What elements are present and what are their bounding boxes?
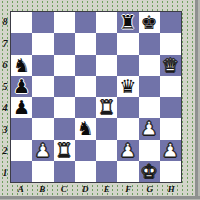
square-d1[interactable] [75,161,96,182]
square-g3[interactable]: ♟ [139,118,160,139]
black-knight: ♞ [13,54,30,75]
window-edge-bottom [0,196,200,199]
rank-label-7: 7 [0,33,10,55]
square-e1[interactable] [96,161,117,182]
window-edge-right-outer [198,0,200,200]
square-f7[interactable] [117,33,138,54]
white-pawn: ♟ [34,139,51,160]
square-e2[interactable] [96,140,117,161]
file-label-A: A [10,183,32,195]
square-g7[interactable] [139,33,160,54]
square-e7[interactable] [96,33,117,54]
square-d5[interactable] [75,76,96,97]
square-b1[interactable] [32,161,53,182]
square-d6[interactable] [75,55,96,76]
square-h6[interactable]: ♛ [160,55,181,76]
square-d7[interactable] [75,33,96,54]
square-h4[interactable] [160,97,181,118]
rank-label-2: 2 [0,140,10,162]
white-pawn: ♟ [119,139,136,160]
square-d2[interactable] [75,140,96,161]
square-e4[interactable]: ♜ [96,97,117,118]
square-c1[interactable] [54,161,75,182]
square-b7[interactable] [32,33,53,54]
black-pawn: ♟ [13,97,30,118]
square-f6[interactable] [117,55,138,76]
black-queen: ♛ [119,75,136,96]
file-label-H: H [161,183,183,195]
rank-label-5: 5 [0,76,10,98]
rank-label-4: 4 [0,97,10,119]
square-c5[interactable] [54,76,75,97]
square-d4[interactable] [75,97,96,118]
square-d3[interactable]: ♞ [75,118,96,139]
square-h8[interactable] [160,12,181,33]
square-c3[interactable] [54,118,75,139]
square-b2[interactable]: ♟ [32,140,53,161]
square-a6[interactable]: ♞ [11,55,32,76]
black-rook: ♜ [119,12,136,33]
rank-coordinates: 87654321 [0,11,10,183]
square-a3[interactable] [11,118,32,139]
window-edge-bottom-outer [0,199,200,200]
square-g5[interactable] [139,76,160,97]
square-d8[interactable] [75,12,96,33]
file-label-C: C [53,183,75,195]
white-rook: ♜ [98,97,115,118]
file-label-B: B [32,183,54,195]
square-c2[interactable]: ♜ [54,140,75,161]
white-king: ♚ [141,160,158,181]
chess-board[interactable]: ♜♚♞♛♟♛♟♜♞♟♟♜♟♟♚ [10,11,182,183]
square-e6[interactable] [96,55,117,76]
square-a1[interactable] [11,161,32,182]
square-f8[interactable]: ♜ [117,12,138,33]
square-a5[interactable]: ♟ [11,76,32,97]
square-e5[interactable] [96,76,117,97]
square-b3[interactable] [32,118,53,139]
square-c6[interactable] [54,55,75,76]
chess-app-window: 87654321 ♜♚♞♛♟♛♟♜♞♟♟♜♟♟♚ ABCDEFGH [0,0,200,200]
square-a4[interactable]: ♟ [11,97,32,118]
square-h1[interactable] [160,161,181,182]
white-pawn: ♟ [141,118,158,139]
square-b6[interactable] [32,55,53,76]
square-f2[interactable]: ♟ [117,140,138,161]
file-coordinates: ABCDEFGH [10,183,182,195]
white-pawn: ♟ [162,139,179,160]
square-g2[interactable] [139,140,160,161]
file-label-F: F [118,183,140,195]
square-c4[interactable] [54,97,75,118]
square-e3[interactable] [96,118,117,139]
window-edge-right [195,0,198,200]
square-b8[interactable] [32,12,53,33]
square-f4[interactable] [117,97,138,118]
rank-label-1: 1 [0,162,10,184]
file-label-G: G [139,183,161,195]
square-g1[interactable]: ♚ [139,161,160,182]
square-c8[interactable] [54,12,75,33]
square-c7[interactable] [54,33,75,54]
square-g8[interactable]: ♚ [139,12,160,33]
square-g4[interactable] [139,97,160,118]
square-a2[interactable] [11,140,32,161]
square-f3[interactable] [117,118,138,139]
square-g6[interactable] [139,55,160,76]
square-a8[interactable] [11,12,32,33]
square-b5[interactable] [32,76,53,97]
square-e8[interactable] [96,12,117,33]
rank-label-8: 8 [0,11,10,33]
rank-label-3: 3 [0,119,10,141]
square-h3[interactable] [160,118,181,139]
white-rook: ♜ [56,139,73,160]
white-queen: ♛ [162,54,179,75]
square-h5[interactable] [160,76,181,97]
square-f5[interactable]: ♛ [117,76,138,97]
black-pawn: ♟ [13,75,30,96]
file-label-D: D [75,183,97,195]
square-h2[interactable]: ♟ [160,140,181,161]
black-king: ♚ [141,12,158,33]
square-b4[interactable] [32,97,53,118]
square-h7[interactable] [160,33,181,54]
square-a7[interactable] [11,33,32,54]
file-label-E: E [96,183,118,195]
square-f1[interactable] [117,161,138,182]
rank-label-6: 6 [0,54,10,76]
black-knight: ♞ [77,118,94,139]
